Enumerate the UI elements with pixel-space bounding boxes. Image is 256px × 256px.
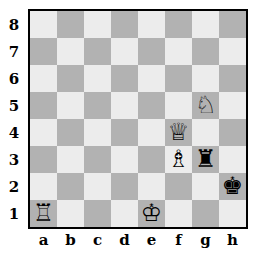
square-e1[interactable]: ♔ bbox=[138, 200, 165, 227]
square-h3[interactable] bbox=[219, 146, 246, 173]
file-label-h: h bbox=[219, 229, 246, 251]
file-label-g: g bbox=[192, 229, 219, 251]
black-rook[interactable]: ♜ bbox=[195, 146, 217, 173]
square-f1[interactable] bbox=[165, 200, 192, 227]
file-label-f: f bbox=[165, 229, 192, 251]
file-label-a: a bbox=[30, 229, 57, 251]
rank-label-6: 6 bbox=[2, 65, 26, 92]
square-c4[interactable] bbox=[84, 119, 111, 146]
square-d2[interactable] bbox=[111, 173, 138, 200]
rank-label-3: 3 bbox=[2, 146, 26, 173]
square-c7[interactable] bbox=[84, 38, 111, 65]
square-g2[interactable] bbox=[192, 173, 219, 200]
square-a5[interactable] bbox=[30, 92, 57, 119]
square-g6[interactable] bbox=[192, 65, 219, 92]
square-e2[interactable] bbox=[138, 173, 165, 200]
white-king[interactable]: ♔ bbox=[141, 200, 163, 227]
file-label-d: d bbox=[111, 229, 138, 251]
square-h5[interactable] bbox=[219, 92, 246, 119]
square-h7[interactable] bbox=[219, 38, 246, 65]
rank-labels: 87654321 bbox=[2, 11, 26, 227]
white-bishop[interactable]: ♗ bbox=[168, 146, 190, 173]
square-f4[interactable]: ♕ bbox=[165, 119, 192, 146]
square-h1[interactable] bbox=[219, 200, 246, 227]
square-b1[interactable] bbox=[57, 200, 84, 227]
square-d6[interactable] bbox=[111, 65, 138, 92]
square-b8[interactable] bbox=[57, 11, 84, 38]
chess-diagram: 87654321 ♘♕♗♜♚♖♔ abcdefgh bbox=[0, 0, 256, 256]
square-e5[interactable] bbox=[138, 92, 165, 119]
square-h6[interactable] bbox=[219, 65, 246, 92]
square-f3[interactable]: ♗ bbox=[165, 146, 192, 173]
square-f5[interactable] bbox=[165, 92, 192, 119]
square-c6[interactable] bbox=[84, 65, 111, 92]
square-a4[interactable] bbox=[30, 119, 57, 146]
square-e7[interactable] bbox=[138, 38, 165, 65]
square-d5[interactable] bbox=[111, 92, 138, 119]
square-a1[interactable]: ♖ bbox=[30, 200, 57, 227]
square-b5[interactable] bbox=[57, 92, 84, 119]
square-g5[interactable]: ♘ bbox=[192, 92, 219, 119]
rank-label-5: 5 bbox=[2, 92, 26, 119]
rank-label-8: 8 bbox=[2, 11, 26, 38]
white-queen[interactable]: ♕ bbox=[168, 119, 190, 146]
square-g8[interactable] bbox=[192, 11, 219, 38]
square-d1[interactable] bbox=[111, 200, 138, 227]
square-g3[interactable]: ♜ bbox=[192, 146, 219, 173]
square-c1[interactable] bbox=[84, 200, 111, 227]
white-rook[interactable]: ♖ bbox=[33, 200, 55, 227]
file-label-b: b bbox=[57, 229, 84, 251]
square-d4[interactable] bbox=[111, 119, 138, 146]
square-g4[interactable] bbox=[192, 119, 219, 146]
square-e6[interactable] bbox=[138, 65, 165, 92]
square-a3[interactable] bbox=[30, 146, 57, 173]
square-d8[interactable] bbox=[111, 11, 138, 38]
black-king[interactable]: ♚ bbox=[222, 173, 244, 200]
file-label-c: c bbox=[84, 229, 111, 251]
square-f8[interactable] bbox=[165, 11, 192, 38]
square-a7[interactable] bbox=[30, 38, 57, 65]
rank-label-4: 4 bbox=[2, 119, 26, 146]
rank-label-2: 2 bbox=[2, 173, 26, 200]
square-c5[interactable] bbox=[84, 92, 111, 119]
square-e8[interactable] bbox=[138, 11, 165, 38]
rank-label-7: 7 bbox=[2, 38, 26, 65]
square-g7[interactable] bbox=[192, 38, 219, 65]
square-b4[interactable] bbox=[57, 119, 84, 146]
square-a6[interactable] bbox=[30, 65, 57, 92]
white-knight[interactable]: ♘ bbox=[195, 92, 217, 119]
square-g1[interactable] bbox=[192, 200, 219, 227]
rank-label-1: 1 bbox=[2, 200, 26, 227]
file-labels: abcdefgh bbox=[30, 229, 246, 251]
square-f7[interactable] bbox=[165, 38, 192, 65]
square-b6[interactable] bbox=[57, 65, 84, 92]
square-b2[interactable] bbox=[57, 173, 84, 200]
square-a2[interactable] bbox=[30, 173, 57, 200]
file-label-e: e bbox=[138, 229, 165, 251]
square-h4[interactable] bbox=[219, 119, 246, 146]
square-f2[interactable] bbox=[165, 173, 192, 200]
square-e4[interactable] bbox=[138, 119, 165, 146]
chess-board[interactable]: ♘♕♗♜♚♖♔ bbox=[28, 9, 248, 229]
square-h8[interactable] bbox=[219, 11, 246, 38]
square-f6[interactable] bbox=[165, 65, 192, 92]
square-c3[interactable] bbox=[84, 146, 111, 173]
square-d7[interactable] bbox=[111, 38, 138, 65]
square-e3[interactable] bbox=[138, 146, 165, 173]
square-a8[interactable] bbox=[30, 11, 57, 38]
square-b3[interactable] bbox=[57, 146, 84, 173]
square-c2[interactable] bbox=[84, 173, 111, 200]
square-b7[interactable] bbox=[57, 38, 84, 65]
square-c8[interactable] bbox=[84, 11, 111, 38]
square-h2[interactable]: ♚ bbox=[219, 173, 246, 200]
square-d3[interactable] bbox=[111, 146, 138, 173]
